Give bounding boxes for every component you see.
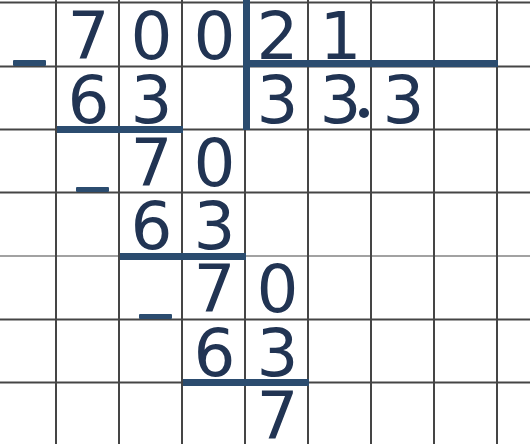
digit-cell: 3: [246, 319, 309, 382]
decimal-point: [359, 108, 369, 118]
long-division-worksheet: 7002163333706370637: [0, 0, 530, 444]
digit: 3: [257, 321, 299, 387]
digit: 7: [257, 384, 299, 444]
digit: 3: [383, 68, 425, 134]
digit: 0: [194, 131, 236, 197]
digit: 3: [131, 68, 173, 134]
digit-cell: 7: [246, 383, 309, 444]
digit: 0: [257, 257, 299, 323]
digit: 7: [131, 131, 173, 197]
worksheet-cells: 7002163333706370637: [0, 3, 530, 444]
digit-cell: 7: [120, 130, 183, 193]
digit: 6: [194, 321, 236, 387]
subtraction-underline-1: [57, 126, 183, 133]
digit-cell: 3: [120, 66, 183, 129]
digit-cell: 0: [246, 256, 309, 319]
digit: 6: [131, 194, 173, 260]
digit-cell: 0: [120, 3, 183, 66]
digit-cell: 7: [183, 256, 246, 319]
digit-cell: 2: [246, 3, 309, 66]
minus-sign: [76, 187, 109, 193]
digit: 7: [68, 4, 110, 70]
digit: 3: [320, 68, 362, 134]
digit: 0: [194, 4, 236, 70]
minus-sign: [139, 314, 172, 320]
digit-cell: 6: [120, 193, 183, 256]
digit-cell: 7: [57, 3, 120, 66]
minus-sign: [13, 60, 46, 66]
digit: 6: [68, 68, 110, 134]
digit-cell: 1: [309, 3, 372, 66]
digit: 7: [194, 257, 236, 323]
subtraction-underline-2: [120, 253, 246, 260]
digit-cell: 3: [372, 66, 435, 129]
digit-cell: 3: [183, 193, 246, 256]
subtraction-underline-3: [183, 379, 309, 386]
digit-cell: 3: [246, 66, 309, 129]
digit: 3: [257, 68, 299, 134]
digit: 3: [194, 194, 236, 260]
digit-cell: 0: [183, 130, 246, 193]
division-bar-horizontal: [246, 60, 498, 67]
digit-cell: 6: [183, 319, 246, 382]
digit-cell: 6: [57, 66, 120, 129]
digit-cell: 3: [309, 66, 372, 129]
digit: 0: [131, 4, 173, 70]
digit-cell: 0: [183, 3, 246, 66]
